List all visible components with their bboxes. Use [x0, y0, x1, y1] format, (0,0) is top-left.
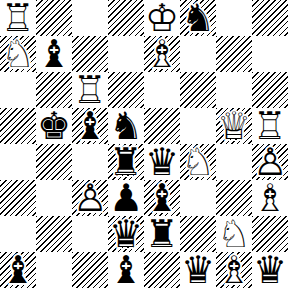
black-bishop-icon: ♝: [36, 36, 72, 72]
square-a8[interactable]: ♜♖: [0, 0, 36, 36]
white-knight-icon: ♘: [180, 144, 216, 180]
black-bishop-e3[interactable]: ♝♝: [144, 180, 180, 216]
white-rook-a8[interactable]: ♜♖: [0, 0, 36, 36]
square-h4[interactable]: ♟♙: [252, 144, 288, 180]
square-e6[interactable]: [144, 72, 180, 108]
square-a2[interactable]: [0, 216, 36, 252]
black-bishop-b7[interactable]: ♝♝: [36, 36, 72, 72]
black-queen-icon: ♛: [144, 144, 180, 180]
black-knight-icon: ♞: [180, 0, 216, 36]
square-d8[interactable]: [108, 0, 144, 36]
white-pawn-icon: ♙: [72, 180, 108, 216]
white-knight-icon: ♘: [216, 216, 252, 252]
square-b2[interactable]: [36, 216, 72, 252]
black-queen-h1[interactable]: ♛♛: [252, 252, 288, 288]
black-knight-d5[interactable]: ♞♞: [108, 108, 144, 144]
square-b6[interactable]: [36, 72, 72, 108]
white-rook-h5[interactable]: ♜♖: [252, 108, 288, 144]
square-h5[interactable]: ♜♖: [252, 108, 288, 144]
white-rook-icon: ♖: [0, 0, 36, 36]
square-a5[interactable]: [0, 108, 36, 144]
square-h6[interactable]: [252, 72, 288, 108]
square-c8[interactable]: [72, 0, 108, 36]
square-g2[interactable]: ♞♘: [216, 216, 252, 252]
square-e2[interactable]: ♜♜: [144, 216, 180, 252]
square-g5[interactable]: ♛♕: [216, 108, 252, 144]
white-queen-g5[interactable]: ♛♕: [216, 108, 252, 144]
black-rook-d4[interactable]: ♜♜: [108, 144, 144, 180]
black-knight-icon: ♞: [108, 108, 144, 144]
black-queen-d2[interactable]: ♛♛: [108, 216, 144, 252]
square-a3[interactable]: [0, 180, 36, 216]
white-bishop-icon: ♗: [252, 180, 288, 216]
black-pawn-icon: ♟: [108, 180, 144, 216]
black-knight-f8[interactable]: ♞♞: [180, 0, 216, 36]
white-rook-c6[interactable]: ♜♖: [72, 72, 108, 108]
square-f1[interactable]: ♛♛: [180, 252, 216, 288]
square-c4[interactable]: [72, 144, 108, 180]
square-h8[interactable]: [252, 0, 288, 36]
white-knight-g2[interactable]: ♞♘: [216, 216, 252, 252]
square-h2[interactable]: [252, 216, 288, 252]
white-bishop-icon: ♗: [216, 252, 252, 288]
square-d3[interactable]: ♟♟: [108, 180, 144, 216]
white-pawn-icon: ♙: [252, 144, 288, 180]
square-h3[interactable]: ♝♗: [252, 180, 288, 216]
square-f6[interactable]: [180, 72, 216, 108]
black-bishop-d1[interactable]: ♝♝: [108, 252, 144, 288]
square-g8[interactable]: [216, 0, 252, 36]
white-bishop-h3[interactable]: ♝♗: [252, 180, 288, 216]
square-f4[interactable]: ♞♘: [180, 144, 216, 180]
square-f5[interactable]: [180, 108, 216, 144]
black-bishop-icon: ♝: [72, 108, 108, 144]
square-a7[interactable]: ♞♘: [0, 36, 36, 72]
square-f7[interactable]: [180, 36, 216, 72]
square-d4[interactable]: ♜♜: [108, 144, 144, 180]
square-d1[interactable]: ♝♝: [108, 252, 144, 288]
square-g1[interactable]: ♝♗: [216, 252, 252, 288]
square-e7[interactable]: ♝♗: [144, 36, 180, 72]
black-bishop-c5[interactable]: ♝♝: [72, 108, 108, 144]
square-f2[interactable]: [180, 216, 216, 252]
square-d2[interactable]: ♛♛: [108, 216, 144, 252]
square-e8[interactable]: ♚♔: [144, 0, 180, 36]
square-a4[interactable]: [0, 144, 36, 180]
square-a1[interactable]: ♝♝: [0, 252, 36, 288]
black-rook-icon: ♜: [108, 144, 144, 180]
square-c7[interactable]: [72, 36, 108, 72]
black-king-b5[interactable]: ♚♚: [36, 108, 72, 144]
white-king-e8[interactable]: ♚♔: [144, 0, 180, 36]
white-pawn-h4[interactable]: ♟♙: [252, 144, 288, 180]
square-c6[interactable]: ♜♖: [72, 72, 108, 108]
square-g7[interactable]: [216, 36, 252, 72]
white-rook-icon: ♖: [252, 108, 288, 144]
white-knight-f4[interactable]: ♞♘: [180, 144, 216, 180]
black-rook-e2[interactable]: ♜♜: [144, 216, 180, 252]
black-rook-icon: ♜: [144, 216, 180, 252]
square-e5[interactable]: [144, 108, 180, 144]
white-bishop-icon: ♗: [144, 36, 180, 72]
white-knight-a7[interactable]: ♞♘: [0, 36, 36, 72]
black-queen-e4[interactable]: ♛♛: [144, 144, 180, 180]
square-h1[interactable]: ♛♛: [252, 252, 288, 288]
white-knight-icon: ♘: [0, 36, 36, 72]
square-h7[interactable]: [252, 36, 288, 72]
black-bishop-a1[interactable]: ♝♝: [0, 252, 36, 288]
white-rook-icon: ♖: [72, 72, 108, 108]
square-b7[interactable]: ♝♝: [36, 36, 72, 72]
square-c1[interactable]: [72, 252, 108, 288]
black-queen-icon: ♛: [108, 216, 144, 252]
square-g3[interactable]: [216, 180, 252, 216]
square-f3[interactable]: [180, 180, 216, 216]
black-queen-f1[interactable]: ♛♛: [180, 252, 216, 288]
white-pawn-c3[interactable]: ♟♙: [72, 180, 108, 216]
square-e1[interactable]: [144, 252, 180, 288]
square-a6[interactable]: [0, 72, 36, 108]
square-c5[interactable]: ♝♝: [72, 108, 108, 144]
black-pawn-d3[interactable]: ♟♟: [108, 180, 144, 216]
square-e3[interactable]: ♝♝: [144, 180, 180, 216]
square-g4[interactable]: [216, 144, 252, 180]
square-b8[interactable]: [36, 0, 72, 36]
square-d7[interactable]: [108, 36, 144, 72]
black-bishop-icon: ♝: [108, 252, 144, 288]
black-queen-icon: ♛: [252, 252, 288, 288]
square-d5[interactable]: ♞♞: [108, 108, 144, 144]
square-c2[interactable]: [72, 216, 108, 252]
square-e4[interactable]: ♛♛: [144, 144, 180, 180]
white-queen-icon: ♕: [216, 108, 252, 144]
square-c3[interactable]: ♟♙: [72, 180, 108, 216]
square-b3[interactable]: [36, 180, 72, 216]
black-bishop-icon: ♝: [0, 252, 36, 288]
white-king-icon: ♔: [144, 0, 180, 36]
black-queen-icon: ♛: [180, 252, 216, 288]
white-bishop-e7[interactable]: ♝♗: [144, 36, 180, 72]
black-bishop-icon: ♝: [144, 180, 180, 216]
square-b1[interactable]: [36, 252, 72, 288]
white-bishop-g1[interactable]: ♝♗: [216, 252, 252, 288]
square-g6[interactable]: [216, 72, 252, 108]
square-f8[interactable]: ♞♞: [180, 0, 216, 36]
black-king-icon: ♚: [36, 108, 72, 144]
square-d6[interactable]: [108, 72, 144, 108]
square-b5[interactable]: ♚♚: [36, 108, 72, 144]
square-b4[interactable]: [36, 144, 72, 180]
chess-board: ♜♖♚♔♞♞♞♘♝♝♝♗♜♖♚♚♝♝♞♞♛♕♜♖♜♜♛♛♞♘♟♙♟♙♟♟♝♝♝♗…: [0, 0, 288, 288]
